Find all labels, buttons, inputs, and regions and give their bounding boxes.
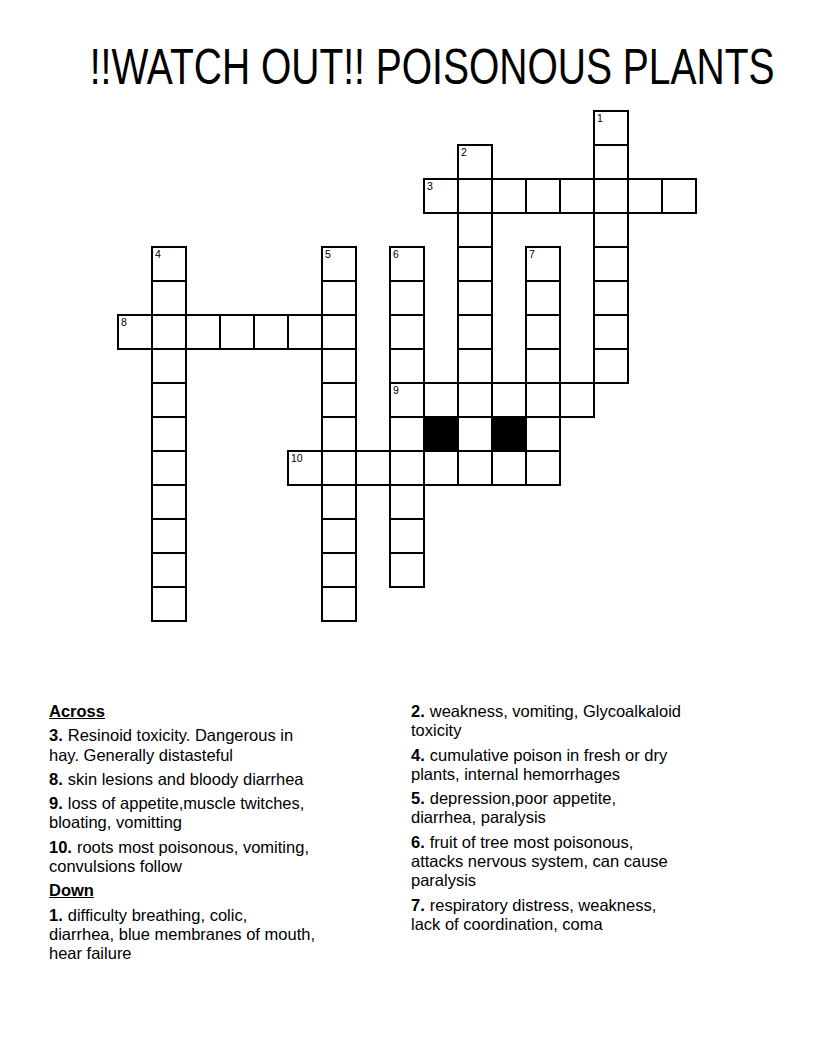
clue-across-9: 9.loss of appetite,muscle twitches, bloa… [49,794,407,833]
grid-cell-r10c7[interactable] [355,450,391,486]
grid-cell-r8c6[interactable] [321,382,357,418]
grid-cell-r3c14[interactable] [593,212,629,248]
clue-down-1-number: 1. [49,906,63,924]
black-cell-r9c11 [491,416,527,452]
grid-cell-r10c8[interactable] [389,450,425,486]
clue-down-5-number: 5. [411,789,425,807]
clue-down-7-text: respiratory distress, weakness, lack of … [411,896,656,933]
grid-cell-r14c6[interactable] [321,586,357,622]
clue-number-5: 5 [325,249,331,260]
clue-across-3: 3.Resinoid toxicity. Dangerous in hay. G… [49,726,407,765]
grid-cell-r13c6[interactable] [321,552,357,588]
clue-across-8: 8.skin lesions and bloody diarrhea [49,770,407,789]
clue-down-2: 2.weakness, vomiting, Glycoalkaloid toxi… [411,702,779,741]
grid-cell-r6c1[interactable] [151,314,187,350]
clue-across-3-number: 3. [49,726,63,744]
grid-cell-r6c14[interactable] [593,314,629,350]
grid-cell-r4c6[interactable]: 5 [321,246,357,282]
grid-cell-r7c8[interactable] [389,348,425,384]
grid-cell-r2c11[interactable] [491,178,527,214]
grid-cell-r5c14[interactable] [593,280,629,316]
grid-cell-r9c10[interactable] [457,416,493,452]
grid-cell-r8c1[interactable] [151,382,187,418]
clue-down-6: 6.fruit of tree most poisonous, attacks … [411,833,779,891]
clue-number-4: 4 [155,249,161,260]
crossword-page: !!WATCH OUT!! POISONOUS PLANTS 123456789… [0,0,816,1056]
grid-cell-r5c10[interactable] [457,280,493,316]
clue-down-1: 1.difficulty breathing, colic, diarrhea,… [49,906,407,964]
grid-cell-r7c6[interactable] [321,348,357,384]
grid-cell-r11c1[interactable] [151,484,187,520]
clue-number-7: 7 [529,249,535,260]
grid-cell-r10c12[interactable] [525,450,561,486]
clue-down-5: 5.depression,poor appetite, diarrhea, pa… [411,789,779,828]
grid-cell-r6c8[interactable] [389,314,425,350]
grid-cell-r6c2[interactable] [185,314,221,350]
grid-cell-r11c8[interactable] [389,484,425,520]
grid-cell-r9c6[interactable] [321,416,357,452]
clue-down-4-text: cumulative poison in fresh or dry plants… [411,746,667,783]
clue-number-3: 3 [427,181,433,192]
across-header: Across [49,702,407,721]
grid-cell-r6c10[interactable] [457,314,493,350]
grid-cell-r7c12[interactable] [525,348,561,384]
grid-cell-r5c1[interactable] [151,280,187,316]
grid-cell-r6c4[interactable] [253,314,289,350]
grid-cell-r6c0[interactable]: 8 [117,314,153,350]
grid-cell-r8c10[interactable] [457,382,493,418]
clue-number-10: 10 [291,453,303,464]
grid-cell-r5c8[interactable] [389,280,425,316]
clue-down-7-number: 7. [411,896,425,914]
grid-cell-r2c13[interactable] [559,178,595,214]
clue-across-9-number: 9. [49,794,63,812]
clue-number-6: 6 [393,249,399,260]
grid-cell-r3c10[interactable] [457,212,493,248]
clue-across-10-text: roots most poisonous, vomiting, convulsi… [49,838,309,875]
grid-cell-r2c16[interactable] [661,178,697,214]
grid-cell-r9c8[interactable] [389,416,425,452]
page-title: !!WATCH OUT!! POISONOUS PLANTS [90,42,726,92]
grid-cell-r1c14[interactable] [593,144,629,180]
grid-cell-r4c14[interactable] [593,246,629,282]
grid-cell-r2c10[interactable] [457,178,493,214]
grid-cell-r10c5[interactable]: 10 [287,450,323,486]
grid-cell-r8c9[interactable] [423,382,459,418]
grid-cell-r1c10[interactable]: 2 [457,144,493,180]
clue-down-7: 7.respiratory distress, weakness, lack o… [411,896,779,935]
grid-cell-r2c12[interactable] [525,178,561,214]
clue-across-8-text: skin lesions and bloody diarrhea [68,770,304,788]
grid-cell-r9c1[interactable] [151,416,187,452]
grid-cell-r7c10[interactable] [457,348,493,384]
grid-cell-r10c10[interactable] [457,450,493,486]
clue-down-2-text: weakness, vomiting, Glycoalkaloid toxici… [411,702,681,739]
clue-across-8-number: 8. [49,770,63,788]
clue-number-2: 2 [461,147,467,158]
grid-cell-r10c1[interactable] [151,450,187,486]
clue-down-4: 4.cumulative poison in fresh or dry plan… [411,746,779,785]
grid-cell-r11c6[interactable] [321,484,357,520]
grid-cell-r0c14[interactable]: 1 [593,110,629,146]
grid-cell-r5c6[interactable] [321,280,357,316]
grid-cell-r6c6[interactable] [321,314,357,350]
down-header: Down [49,881,407,900]
black-cell-r9c9 [423,416,459,452]
clue-down-1-text: difficulty breathing, colic, diarrhea, b… [49,906,315,963]
crossword-grid: 12345678910 [118,111,696,621]
clue-down-2-number: 2. [411,702,425,720]
clue-across-10-number: 10. [49,838,72,856]
clue-down-5-text: depression,poor appetite, diarrhea, para… [411,789,616,826]
grid-cell-r13c8[interactable] [389,552,425,588]
grid-cell-r12c6[interactable] [321,518,357,554]
grid-cell-r2c15[interactable] [627,178,663,214]
grid-cell-r5c12[interactable] [525,280,561,316]
grid-cell-r13c1[interactable] [151,552,187,588]
grid-cell-r8c13[interactable] [559,382,595,418]
grid-cell-r8c11[interactable] [491,382,527,418]
clue-column-left: Across 3.Resinoid toxicity. Dangerous in… [49,702,407,969]
grid-cell-r2c9[interactable]: 3 [423,178,459,214]
clue-down-6-text: fruit of tree most poisonous, attacks ne… [411,833,668,890]
grid-cell-r12c8[interactable] [389,518,425,554]
grid-cell-r2c14[interactable] [593,178,629,214]
grid-cell-r4c10[interactable] [457,246,493,282]
grid-cell-r6c12[interactable] [525,314,561,350]
grid-cell-r10c6[interactable] [321,450,357,486]
clue-number-8: 8 [121,317,127,328]
grid-cell-r14c1[interactable] [151,586,187,622]
grid-cell-r6c3[interactable] [219,314,255,350]
clue-number-1: 1 [597,113,603,124]
grid-cell-r8c8[interactable]: 9 [389,382,425,418]
clue-across-10: 10.roots most poisonous, vomiting, convu… [49,838,407,877]
grid-cell-r4c12[interactable]: 7 [525,246,561,282]
clue-number-9: 9 [393,385,399,396]
clue-across-9-text: loss of appetite,muscle twitches, bloati… [49,794,304,831]
grid-cell-r10c9[interactable] [423,450,459,486]
grid-cell-r4c8[interactable]: 6 [389,246,425,282]
clue-column-right: 2.weakness, vomiting, Glycoalkaloid toxi… [411,702,779,939]
clue-across-3-text: Resinoid toxicity. Dangerous in hay. Gen… [49,726,293,763]
clue-down-4-number: 4. [411,746,425,764]
grid-cell-r10c11[interactable] [491,450,527,486]
grid-cell-r6c5[interactable] [287,314,323,350]
grid-cell-r7c14[interactable] [593,348,629,384]
grid-cell-r4c1[interactable]: 4 [151,246,187,282]
grid-cell-r12c1[interactable] [151,518,187,554]
grid-cell-r7c1[interactable] [151,348,187,384]
grid-cell-r9c12[interactable] [525,416,561,452]
grid-cell-r8c12[interactable] [525,382,561,418]
clue-down-6-number: 6. [411,833,425,851]
